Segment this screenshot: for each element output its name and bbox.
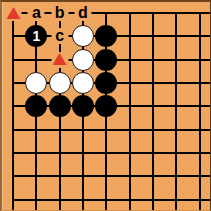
board-point[interactable] <box>141 48 164 71</box>
triangle-marker-icon <box>53 53 67 65</box>
board-point[interactable] <box>71 141 94 164</box>
white-stone <box>72 49 94 71</box>
board-point[interactable] <box>25 48 48 71</box>
board-point[interactable] <box>118 25 141 48</box>
marker-tile <box>5 5 22 21</box>
board-point[interactable] <box>165 165 188 188</box>
board-point[interactable] <box>141 1 164 24</box>
board-point[interactable] <box>48 95 71 118</box>
black-stone <box>95 49 117 71</box>
board-point[interactable] <box>95 188 118 211</box>
board-point[interactable] <box>95 95 118 118</box>
board-point[interactable] <box>188 188 211 211</box>
board-point[interactable]: b <box>48 1 71 24</box>
board-point[interactable] <box>118 165 141 188</box>
board-point[interactable] <box>141 188 164 211</box>
board-point[interactable] <box>141 141 164 164</box>
board-point[interactable] <box>118 141 141 164</box>
board-point[interactable] <box>118 48 141 71</box>
white-stone <box>72 25 94 47</box>
board-point[interactable] <box>188 141 211 164</box>
board-point[interactable] <box>1 1 24 24</box>
black-stone <box>49 95 71 117</box>
board-point[interactable] <box>95 165 118 188</box>
board-point[interactable] <box>25 95 48 118</box>
board-point[interactable] <box>118 1 141 24</box>
board-point[interactable] <box>95 118 118 141</box>
board-point[interactable] <box>141 25 164 48</box>
black-stone <box>72 95 94 117</box>
board-point[interactable] <box>118 118 141 141</box>
board-point[interactable] <box>188 118 211 141</box>
board-point[interactable] <box>25 188 48 211</box>
board-point[interactable] <box>71 25 94 48</box>
board-point[interactable] <box>1 141 24 164</box>
black-stone <box>25 95 47 117</box>
board-point[interactable] <box>25 71 48 94</box>
white-stone <box>25 72 47 94</box>
board-point[interactable]: d <box>71 1 94 24</box>
board-point[interactable] <box>141 118 164 141</box>
board-point[interactable] <box>118 188 141 211</box>
go-board: abd1c <box>2 2 210 210</box>
board-point[interactable] <box>71 71 94 94</box>
board-point[interactable] <box>1 71 24 94</box>
board-point[interactable] <box>188 48 211 71</box>
go-board-grid[interactable]: abd1c <box>1 1 211 211</box>
board-point[interactable] <box>1 188 24 211</box>
black-stone: 1 <box>25 25 47 47</box>
board-point[interactable] <box>165 48 188 71</box>
board-point[interactable] <box>165 25 188 48</box>
marker-tile <box>51 52 68 68</box>
point-label-d: d <box>74 5 91 21</box>
board-point[interactable] <box>71 48 94 71</box>
board-point[interactable] <box>165 71 188 94</box>
white-stone <box>49 72 71 94</box>
black-stone <box>95 25 117 47</box>
board-point[interactable] <box>1 48 24 71</box>
board-point[interactable] <box>165 188 188 211</box>
board-point[interactable] <box>71 95 94 118</box>
board-point[interactable] <box>141 71 164 94</box>
board-point[interactable] <box>118 71 141 94</box>
board-point[interactable] <box>48 141 71 164</box>
board-point[interactable] <box>48 118 71 141</box>
point-label-a: a <box>28 5 45 21</box>
board-point[interactable] <box>95 48 118 71</box>
board-point[interactable] <box>188 25 211 48</box>
board-point[interactable] <box>95 141 118 164</box>
board-point[interactable] <box>25 118 48 141</box>
board-point[interactable] <box>95 71 118 94</box>
board-point[interactable]: 1 <box>25 25 48 48</box>
board-point[interactable] <box>188 165 211 188</box>
board-point[interactable] <box>188 71 211 94</box>
board-point[interactable] <box>188 95 211 118</box>
board-point[interactable] <box>95 1 118 24</box>
board-point[interactable] <box>165 1 188 24</box>
board-point[interactable] <box>188 1 211 24</box>
board-point[interactable] <box>48 71 71 94</box>
board-point[interactable] <box>1 95 24 118</box>
board-point[interactable] <box>48 188 71 211</box>
board-point[interactable] <box>165 118 188 141</box>
board-point[interactable] <box>25 165 48 188</box>
point-label-b: b <box>51 5 68 21</box>
black-stone <box>95 95 117 117</box>
board-point[interactable] <box>141 165 164 188</box>
board-point[interactable] <box>165 141 188 164</box>
board-point[interactable] <box>1 165 24 188</box>
board-point[interactable] <box>71 165 94 188</box>
board-point[interactable] <box>1 118 24 141</box>
board-point[interactable] <box>48 165 71 188</box>
white-stone <box>72 72 94 94</box>
board-point[interactable] <box>95 25 118 48</box>
board-point[interactable] <box>165 95 188 118</box>
board-point[interactable]: c <box>48 25 71 48</box>
point-label-c: c <box>51 28 68 44</box>
go-diagram: abd1c <box>0 0 211 211</box>
board-point[interactable] <box>71 118 94 141</box>
board-point[interactable] <box>141 95 164 118</box>
board-point[interactable] <box>71 188 94 211</box>
board-point[interactable] <box>25 141 48 164</box>
triangle-marker-icon <box>6 7 20 19</box>
board-point[interactable]: a <box>25 1 48 24</box>
board-point[interactable] <box>118 95 141 118</box>
black-stone <box>95 72 117 94</box>
move-number: 1 <box>32 29 40 43</box>
board-point[interactable] <box>48 48 71 71</box>
board-point[interactable] <box>1 25 24 48</box>
